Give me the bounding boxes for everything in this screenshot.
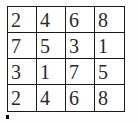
grid-cell: 6: [66, 7, 95, 33]
grid-cell: 8: [95, 7, 124, 33]
grid-cell: 1: [37, 59, 66, 85]
grid-cell: 2: [8, 7, 37, 33]
grid-cell: 4: [37, 7, 66, 33]
grid-cell: 5: [95, 59, 124, 85]
grid-cell: 2: [8, 85, 37, 111]
grid-cell: 4: [37, 85, 66, 111]
grid-cell: 5: [37, 33, 66, 59]
grid-cell: 6: [66, 85, 95, 111]
page-canvas: 2468753131752468: [0, 0, 138, 123]
grid-cell: 8: [95, 85, 124, 111]
grid-cell: 7: [66, 59, 95, 85]
grid-cell: 3: [8, 59, 37, 85]
text-cursor-mark: [6, 115, 9, 119]
grid-cell: 3: [66, 33, 95, 59]
grid-cell: 1: [95, 33, 124, 59]
number-grid-board: 2468753131752468: [7, 6, 125, 112]
grid-cell: 7: [8, 33, 37, 59]
